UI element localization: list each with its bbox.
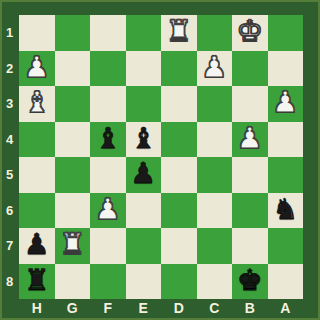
square-f1[interactable] (90, 15, 126, 51)
square-b6[interactable] (232, 193, 268, 229)
rank-label-6: 6 (0, 193, 19, 229)
square-d2[interactable] (161, 51, 197, 87)
square-e3[interactable] (126, 86, 162, 122)
file-label-a: A (268, 298, 304, 317)
rank-label-8: 8 (0, 264, 19, 300)
square-a2[interactable] (268, 51, 304, 87)
file-label-e: E (126, 298, 162, 317)
square-b1[interactable]: ♚ (232, 15, 268, 51)
square-c1[interactable] (197, 15, 233, 51)
piece-white-pawn[interactable]: ♟ (201, 53, 227, 82)
square-f7[interactable] (90, 228, 126, 264)
square-h3[interactable]: ♝ (19, 86, 55, 122)
piece-black-king[interactable]: ♚ (237, 266, 263, 295)
square-h2[interactable]: ♟ (19, 51, 55, 87)
piece-black-knight[interactable]: ♞ (272, 195, 298, 224)
square-a3[interactable]: ♟ (268, 86, 304, 122)
square-g4[interactable] (55, 122, 91, 158)
square-f3[interactable] (90, 86, 126, 122)
square-b4[interactable]: ♟ (232, 122, 268, 158)
piece-white-bishop[interactable]: ♝ (24, 88, 50, 117)
square-d6[interactable] (161, 193, 197, 229)
rank-label-4: 4 (0, 122, 19, 158)
square-f6[interactable]: ♟ (90, 193, 126, 229)
file-label-b: B (232, 298, 268, 317)
piece-black-pawn[interactable]: ♟ (130, 159, 156, 188)
square-g3[interactable] (55, 86, 91, 122)
piece-black-rook[interactable]: ♜ (24, 266, 50, 295)
file-labels: HGFEDCBA (19, 298, 303, 317)
rank-labels: 12345678 (0, 15, 19, 299)
square-c4[interactable] (197, 122, 233, 158)
square-c2[interactable]: ♟ (197, 51, 233, 87)
piece-white-pawn[interactable]: ♟ (237, 124, 263, 153)
piece-white-rook[interactable]: ♜ (166, 17, 192, 46)
square-g6[interactable] (55, 193, 91, 229)
rank-label-3: 3 (0, 86, 19, 122)
rank-label-5: 5 (0, 157, 19, 193)
square-h4[interactable] (19, 122, 55, 158)
square-a8[interactable] (268, 264, 304, 300)
piece-white-pawn[interactable]: ♟ (24, 53, 50, 82)
square-g8[interactable] (55, 264, 91, 300)
square-b2[interactable] (232, 51, 268, 87)
square-f8[interactable] (90, 264, 126, 300)
square-f2[interactable] (90, 51, 126, 87)
square-a7[interactable] (268, 228, 304, 264)
square-c3[interactable] (197, 86, 233, 122)
chessboard-frame: 12345678 ♜♚♟♟♝♟♝♝♟♟♟♞♟♜♜♚ HGFEDCBA (0, 0, 320, 320)
square-h5[interactable] (19, 157, 55, 193)
square-b7[interactable] (232, 228, 268, 264)
file-label-c: C (197, 298, 233, 317)
square-d1[interactable]: ♜ (161, 15, 197, 51)
rank-label-1: 1 (0, 15, 19, 51)
square-e8[interactable] (126, 264, 162, 300)
square-h8[interactable]: ♜ (19, 264, 55, 300)
file-label-f: F (90, 298, 126, 317)
square-a4[interactable] (268, 122, 304, 158)
rank-label-7: 7 (0, 228, 19, 264)
piece-black-pawn[interactable]: ♟ (24, 230, 50, 259)
square-d7[interactable] (161, 228, 197, 264)
square-h1[interactable] (19, 15, 55, 51)
square-a1[interactable] (268, 15, 304, 51)
square-c5[interactable] (197, 157, 233, 193)
square-b5[interactable] (232, 157, 268, 193)
square-e5[interactable]: ♟ (126, 157, 162, 193)
square-f4[interactable]: ♝ (90, 122, 126, 158)
square-b3[interactable] (232, 86, 268, 122)
file-label-g: G (55, 298, 91, 317)
piece-black-bishop[interactable]: ♝ (130, 124, 156, 153)
square-g5[interactable] (55, 157, 91, 193)
square-c6[interactable] (197, 193, 233, 229)
square-a6[interactable]: ♞ (268, 193, 304, 229)
rank-label-2: 2 (0, 51, 19, 87)
square-e2[interactable] (126, 51, 162, 87)
square-d8[interactable] (161, 264, 197, 300)
square-c7[interactable] (197, 228, 233, 264)
square-d4[interactable] (161, 122, 197, 158)
square-d5[interactable] (161, 157, 197, 193)
square-g1[interactable] (55, 15, 91, 51)
file-label-h: H (19, 298, 55, 317)
piece-black-bishop[interactable]: ♝ (95, 124, 121, 153)
square-c8[interactable] (197, 264, 233, 300)
square-e6[interactable] (126, 193, 162, 229)
square-h6[interactable] (19, 193, 55, 229)
square-d3[interactable] (161, 86, 197, 122)
piece-white-pawn[interactable]: ♟ (272, 88, 298, 117)
square-h7[interactable]: ♟ (19, 228, 55, 264)
piece-white-pawn[interactable]: ♟ (95, 195, 121, 224)
square-g2[interactable] (55, 51, 91, 87)
piece-white-rook[interactable]: ♜ (59, 230, 85, 259)
file-label-d: D (161, 298, 197, 317)
square-f5[interactable] (90, 157, 126, 193)
square-a5[interactable] (268, 157, 304, 193)
square-e1[interactable] (126, 15, 162, 51)
chess-board: ♜♚♟♟♝♟♝♝♟♟♟♞♟♜♜♚ (19, 15, 303, 299)
piece-white-king[interactable]: ♚ (237, 17, 263, 46)
square-e4[interactable]: ♝ (126, 122, 162, 158)
square-g7[interactable]: ♜ (55, 228, 91, 264)
square-e7[interactable] (126, 228, 162, 264)
square-b8[interactable]: ♚ (232, 264, 268, 300)
